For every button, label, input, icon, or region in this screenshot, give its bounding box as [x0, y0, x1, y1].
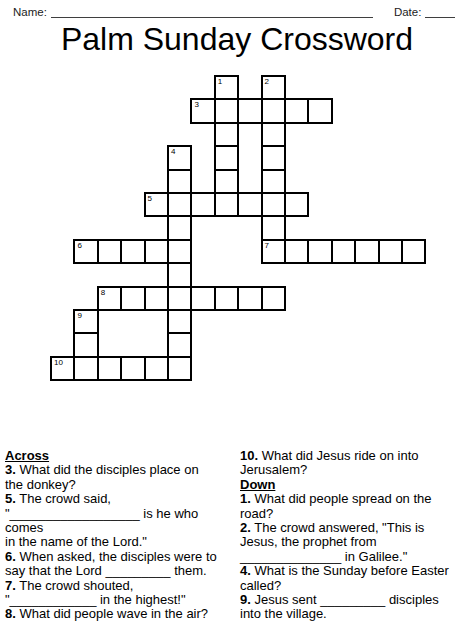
cell-number-10: 10 — [54, 358, 63, 368]
grid-cell-r0c9[interactable]: 2 — [261, 75, 286, 100]
grid-cell-r7c11[interactable] — [307, 239, 332, 264]
cell-number-7: 7 — [265, 241, 269, 251]
crossword-grid: 12345678910 — [0, 0, 474, 440]
clue-text: The crowd shouted, "____________ in the … — [5, 578, 186, 607]
grid-cell-r8c5[interactable] — [167, 262, 192, 287]
clue-text: The crowd answered, "This is Jesus, the … — [240, 520, 424, 564]
grid-cell-r4c7[interactable] — [214, 169, 239, 194]
clue-text: What is the Sunday before Easter called? — [240, 563, 449, 592]
grid-cell-r0c7[interactable]: 1 — [214, 75, 239, 100]
grid-cell-r7c9[interactable]: 7 — [261, 239, 286, 264]
clue-number: 8. — [5, 606, 16, 621]
clue-number: 6. — [5, 549, 16, 564]
grid-cell-r2c9[interactable] — [261, 122, 286, 147]
down-header: Down — [240, 478, 469, 492]
grid-cell-r12c3[interactable] — [120, 356, 145, 381]
cell-number-5: 5 — [148, 194, 152, 204]
grid-cell-r6c9[interactable] — [261, 215, 286, 240]
clue-number: 2. — [240, 520, 251, 535]
cell-number-2: 2 — [265, 77, 269, 87]
cell-number-8: 8 — [101, 288, 105, 298]
clue-number: 5. — [5, 491, 16, 506]
clue-text: What did people spread on the road? — [240, 491, 432, 520]
grid-cell-r5c10[interactable] — [284, 192, 309, 217]
cell-number-9: 9 — [77, 311, 81, 321]
grid-cell-r9c9[interactable] — [261, 286, 286, 311]
cell-number-6: 6 — [77, 241, 81, 251]
clue-text: What did the disciples place on the donk… — [5, 462, 199, 491]
clue-4: 4. What is the Sunday before Easter call… — [240, 564, 469, 593]
clue-text: What did people wave in the air? — [16, 606, 208, 621]
grid-cell-r9c6[interactable] — [190, 286, 215, 311]
clue-number: 3. — [5, 462, 16, 477]
clue-10: 10. What did Jesus ride on into Jerusale… — [240, 449, 469, 478]
grid-cell-r11c1[interactable] — [73, 332, 98, 357]
worksheet-page: Name: Date: Palm Sunday Crossword 123456… — [0, 0, 474, 629]
grid-cell-r5c8[interactable] — [237, 192, 262, 217]
grid-cell-r1c10[interactable] — [284, 98, 309, 123]
grid-cell-r12c2[interactable] — [97, 356, 122, 381]
grid-cell-r2c7[interactable] — [214, 122, 239, 147]
grid-cell-r7c3[interactable] — [120, 239, 145, 264]
clue-3: 3. What did the disciples place on the d… — [5, 463, 240, 492]
clue-9: 9. Jesus sent _________ disciples into t… — [240, 593, 469, 622]
grid-cell-r12c5[interactable] — [167, 356, 192, 381]
grid-cell-r9c7[interactable] — [214, 286, 239, 311]
grid-cell-r10c5[interactable] — [167, 309, 192, 334]
clue-6: 6. When asked, the disciples were to say… — [5, 550, 240, 579]
cell-number-3: 3 — [194, 100, 198, 110]
clue-8: 8. What did people wave in the air? — [5, 607, 240, 621]
grid-cell-r5c7[interactable] — [214, 192, 239, 217]
clues-column-right: 10. What did Jesus ride on into Jerusale… — [240, 449, 469, 622]
clues-column-left: Across3. What did the disciples place on… — [5, 449, 240, 622]
clue-2: 2. The crowd answered, "This is Jesus, t… — [240, 521, 469, 564]
grid-cell-r7c14[interactable] — [378, 239, 403, 264]
grid-cell-r5c5[interactable] — [167, 192, 192, 217]
grid-cell-r12c4[interactable] — [144, 356, 169, 381]
grid-cell-r7c13[interactable] — [354, 239, 379, 264]
grid-cell-r1c9[interactable] — [261, 98, 286, 123]
grid-cell-r4c5[interactable] — [167, 169, 192, 194]
clue-text: When asked, the disciples were to say th… — [5, 549, 217, 578]
clue-number: 7. — [5, 578, 16, 593]
grid-cell-r1c11[interactable] — [307, 98, 332, 123]
grid-cell-r9c3[interactable] — [120, 286, 145, 311]
grid-cell-r7c15[interactable] — [401, 239, 426, 264]
cell-number-4: 4 — [171, 147, 175, 157]
grid-cell-r6c5[interactable] — [167, 215, 192, 240]
grid-cell-r10c1[interactable]: 9 — [73, 309, 98, 334]
grid-cell-r3c7[interactable] — [214, 145, 239, 170]
clue-number: 10. — [240, 448, 258, 463]
grid-cell-r7c12[interactable] — [331, 239, 356, 264]
clue-number: 4. — [240, 563, 251, 578]
clue-number: 1. — [240, 491, 251, 506]
grid-cell-r7c4[interactable] — [144, 239, 169, 264]
grid-cell-r1c8[interactable] — [237, 98, 262, 123]
grid-cell-r11c5[interactable] — [167, 332, 192, 357]
clues-section: Across3. What did the disciples place on… — [5, 449, 469, 622]
grid-cell-r7c1[interactable]: 6 — [73, 239, 98, 264]
across-header: Across — [5, 449, 240, 463]
grid-cell-r9c5[interactable] — [167, 286, 192, 311]
grid-cell-r3c9[interactable] — [261, 145, 286, 170]
grid-cell-r5c9[interactable] — [261, 192, 286, 217]
grid-cell-r3c5[interactable]: 4 — [167, 145, 192, 170]
grid-cell-r12c0[interactable]: 10 — [50, 356, 75, 381]
grid-cell-r12c1[interactable] — [73, 356, 98, 381]
grid-cell-r1c7[interactable] — [214, 98, 239, 123]
grid-cell-r9c2[interactable]: 8 — [97, 286, 122, 311]
clue-text: The crowd said, "__________________ is h… — [5, 491, 198, 549]
grid-cell-r9c4[interactable] — [144, 286, 169, 311]
clue-text: What did Jesus ride on into Jerusalem? — [240, 448, 419, 477]
clue-1: 1. What did people spread on the road? — [240, 492, 469, 521]
grid-cell-r5c4[interactable]: 5 — [144, 192, 169, 217]
grid-cell-r5c6[interactable] — [190, 192, 215, 217]
grid-cell-r7c10[interactable] — [284, 239, 309, 264]
clue-number: 9. — [240, 592, 251, 607]
cell-number-1: 1 — [218, 77, 222, 87]
clue-text: Jesus sent _________ disciples into the … — [240, 592, 439, 621]
clue-5: 5. The crowd said, "__________________ i… — [5, 492, 240, 550]
grid-cell-r4c9[interactable] — [261, 169, 286, 194]
grid-cell-r1c6[interactable]: 3 — [190, 98, 215, 123]
grid-cell-r7c5[interactable] — [167, 239, 192, 264]
grid-cell-r9c8[interactable] — [237, 286, 262, 311]
clue-7: 7. The crowd shouted, "____________ in t… — [5, 579, 240, 608]
grid-cell-r7c2[interactable] — [97, 239, 122, 264]
